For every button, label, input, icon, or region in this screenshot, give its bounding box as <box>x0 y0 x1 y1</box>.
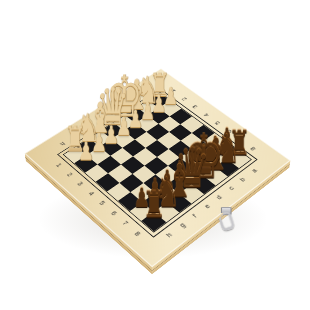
pawn-glyph: ♟ <box>91 130 107 155</box>
pawn-glyph: ♟ <box>103 122 119 147</box>
piece-white-knight-b1: ♞ <box>133 70 163 107</box>
queen-glyph: ♛ <box>96 80 129 132</box>
product-photo-scene: abcdefgh abcdefgh 87654321 87654321 ♜♞♝♛… <box>0 0 310 310</box>
piece-white-pawn-g2: ♟ <box>83 129 115 154</box>
piece-white-bishop-c1: ♝ <box>121 73 151 114</box>
rook-glyph: ♜ <box>149 69 170 101</box>
clasp-latch <box>216 207 235 230</box>
